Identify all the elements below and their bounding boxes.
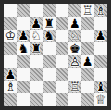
square-f4[interactable]: ♙ bbox=[68, 55, 81, 68]
square-f6[interactable]: ♘ bbox=[68, 30, 81, 43]
square-d1[interactable] bbox=[43, 93, 56, 106]
piece-black-pawn-icon[interactable]: ♟ bbox=[30, 17, 42, 30]
square-h7[interactable] bbox=[94, 17, 107, 30]
square-h5[interactable] bbox=[94, 42, 107, 55]
square-d4[interactable] bbox=[43, 55, 56, 68]
piece-white-queen-icon[interactable]: ♕ bbox=[95, 93, 107, 106]
square-c7[interactable]: ♟ bbox=[30, 17, 43, 30]
square-b6[interactable]: ♟ bbox=[17, 30, 30, 43]
square-b8[interactable] bbox=[17, 4, 30, 17]
square-a4[interactable] bbox=[4, 55, 17, 68]
square-b7[interactable] bbox=[17, 17, 30, 30]
piece-white-knight-icon[interactable]: ♘ bbox=[30, 30, 42, 43]
chess-diagram: ♖♗♟♜♟♔♟♘♞♘♟♞♜♚♙♟♟♗♖♝♕ bbox=[0, 0, 111, 110]
square-d3[interactable] bbox=[43, 68, 56, 81]
square-d5[interactable] bbox=[43, 42, 56, 55]
square-c8[interactable] bbox=[30, 4, 43, 17]
square-g1[interactable] bbox=[81, 93, 94, 106]
square-h4[interactable] bbox=[94, 55, 107, 68]
square-c4[interactable] bbox=[30, 55, 43, 68]
square-f1[interactable] bbox=[68, 93, 81, 106]
square-a3[interactable]: ♟ bbox=[4, 68, 17, 81]
piece-white-rook-icon[interactable]: ♖ bbox=[82, 4, 94, 17]
square-g5[interactable] bbox=[81, 42, 94, 55]
square-e6[interactable] bbox=[56, 30, 69, 43]
chess-board: ♖♗♟♜♟♔♟♘♞♘♟♞♜♚♙♟♟♗♖♝♕ bbox=[4, 4, 107, 106]
piece-white-bishop-icon[interactable]: ♗ bbox=[5, 81, 17, 94]
square-g2[interactable] bbox=[81, 81, 94, 94]
square-f8[interactable] bbox=[68, 4, 81, 17]
square-g3[interactable] bbox=[81, 68, 94, 81]
square-f3[interactable] bbox=[68, 68, 81, 81]
square-h1[interactable]: ♕ bbox=[94, 93, 107, 106]
square-e1[interactable] bbox=[56, 93, 69, 106]
square-h3[interactable] bbox=[94, 68, 107, 81]
square-a5[interactable] bbox=[4, 42, 17, 55]
piece-white-rook-icon[interactable]: ♖ bbox=[69, 81, 81, 94]
square-e5[interactable] bbox=[56, 42, 69, 55]
square-c1[interactable] bbox=[30, 93, 43, 106]
square-h8[interactable]: ♗ bbox=[94, 4, 107, 17]
square-g8[interactable]: ♖ bbox=[81, 4, 94, 17]
square-d8[interactable] bbox=[43, 4, 56, 17]
square-d6[interactable]: ♞ bbox=[43, 30, 56, 43]
piece-black-rook-icon[interactable]: ♜ bbox=[30, 42, 42, 55]
square-e2[interactable] bbox=[56, 81, 69, 94]
square-a1[interactable] bbox=[4, 93, 17, 106]
square-d7[interactable]: ♜ bbox=[43, 17, 56, 30]
square-b3[interactable] bbox=[17, 68, 30, 81]
piece-black-knight-icon[interactable]: ♞ bbox=[17, 42, 29, 55]
square-f5[interactable]: ♚ bbox=[68, 42, 81, 55]
square-a6[interactable]: ♔ bbox=[4, 30, 17, 43]
square-g7[interactable] bbox=[81, 17, 94, 30]
square-b2[interactable] bbox=[17, 81, 30, 94]
piece-white-bishop-icon[interactable]: ♗ bbox=[95, 4, 107, 17]
square-g4[interactable]: ♟ bbox=[81, 55, 94, 68]
square-c2[interactable] bbox=[30, 81, 43, 94]
square-b1[interactable] bbox=[17, 93, 30, 106]
square-b4[interactable] bbox=[17, 55, 30, 68]
square-a2[interactable]: ♗ bbox=[4, 81, 17, 94]
piece-white-knight-icon[interactable]: ♘ bbox=[69, 30, 81, 43]
piece-black-rook-icon[interactable]: ♜ bbox=[43, 17, 55, 30]
square-e8[interactable] bbox=[56, 4, 69, 17]
piece-black-pawn-icon[interactable]: ♟ bbox=[5, 68, 17, 81]
square-e3[interactable] bbox=[56, 68, 69, 81]
square-h2[interactable]: ♝ bbox=[94, 81, 107, 94]
square-c3[interactable] bbox=[30, 68, 43, 81]
square-c6[interactable]: ♘ bbox=[30, 30, 43, 43]
square-d2[interactable] bbox=[43, 81, 56, 94]
square-e7[interactable] bbox=[56, 17, 69, 30]
piece-black-bishop-icon[interactable]: ♝ bbox=[95, 81, 107, 94]
square-f7[interactable]: ♟ bbox=[68, 17, 81, 30]
piece-black-knight-icon[interactable]: ♞ bbox=[43, 30, 55, 43]
piece-black-pawn-icon[interactable]: ♟ bbox=[82, 55, 94, 68]
square-b5[interactable]: ♞ bbox=[17, 42, 30, 55]
square-f2[interactable]: ♖ bbox=[68, 81, 81, 94]
square-h6[interactable]: ♟ bbox=[94, 30, 107, 43]
piece-white-king-icon[interactable]: ♔ bbox=[5, 30, 17, 43]
square-c5[interactable]: ♜ bbox=[30, 42, 43, 55]
square-a7[interactable] bbox=[4, 17, 17, 30]
piece-black-pawn-icon[interactable]: ♟ bbox=[69, 17, 81, 30]
piece-black-king-icon[interactable]: ♚ bbox=[69, 42, 81, 55]
piece-black-pawn-icon[interactable]: ♟ bbox=[95, 30, 107, 43]
square-g6[interactable] bbox=[81, 30, 94, 43]
square-a8[interactable] bbox=[4, 4, 17, 17]
piece-black-pawn-icon[interactable]: ♟ bbox=[17, 30, 29, 43]
square-e4[interactable] bbox=[56, 55, 69, 68]
piece-white-pawn-icon[interactable]: ♙ bbox=[69, 55, 81, 68]
